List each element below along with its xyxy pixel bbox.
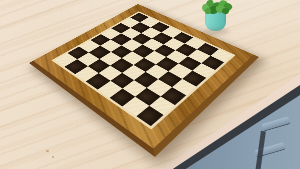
- wood-knot: [46, 150, 49, 152]
- drawer-handle: [261, 116, 290, 131]
- wood-knot: [52, 156, 54, 158]
- scene: [0, 0, 300, 169]
